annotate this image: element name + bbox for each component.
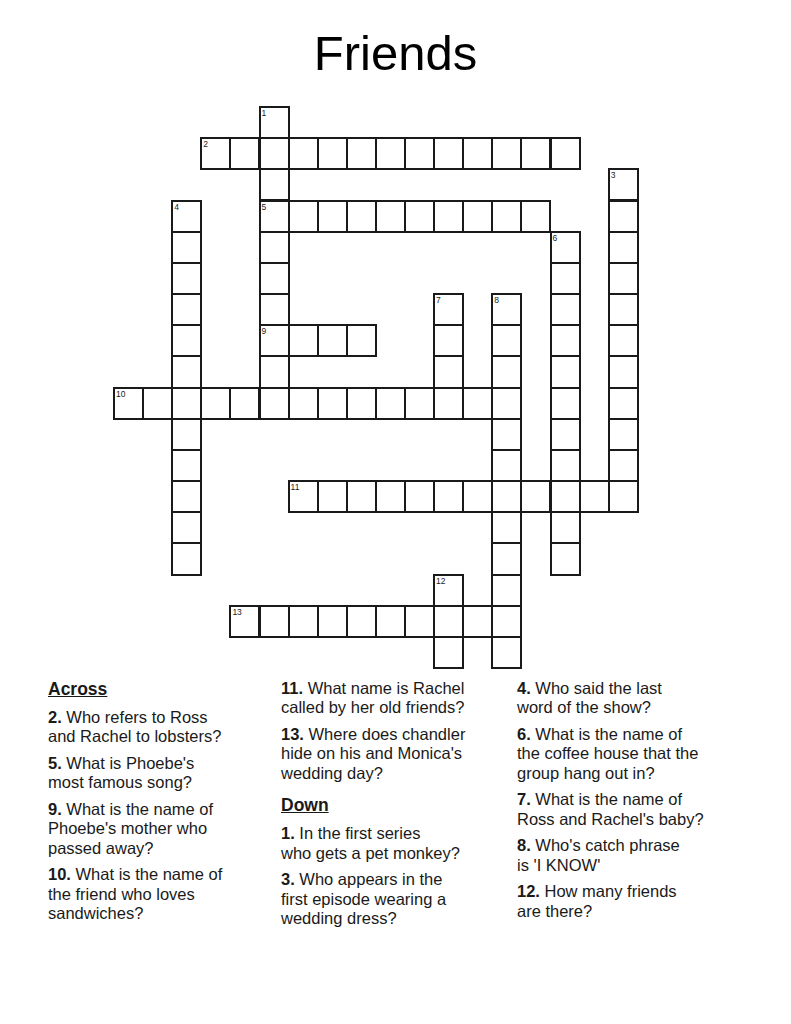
grid-cell[interactable] xyxy=(171,324,202,357)
clue-text: Who appears in the first episode wearing… xyxy=(281,870,446,927)
grid-cell[interactable] xyxy=(433,605,464,638)
clue-text: What is the name of the coffee house tha… xyxy=(517,725,698,782)
grid-cell[interactable] xyxy=(520,137,551,170)
grid-cell[interactable] xyxy=(346,480,377,513)
clue-column-2: 11. What name is Rachel called by her ol… xyxy=(281,679,507,936)
clue-8: 8. Who's catch phrase is 'I KNOW' xyxy=(517,836,741,875)
clue-number-label: 10. xyxy=(48,865,71,883)
grid-cell[interactable] xyxy=(404,480,435,513)
clue-number-label: 11. xyxy=(281,679,303,697)
grid-cell[interactable] xyxy=(491,418,522,451)
puzzle-page: Friends 12345678910111213 Across2. Who r… xyxy=(0,0,791,1024)
grid-cell[interactable] xyxy=(171,387,202,420)
grid-cell[interactable] xyxy=(491,355,522,388)
grid-cell[interactable] xyxy=(491,324,522,357)
grid-cell[interactable] xyxy=(608,324,639,357)
grid-cell[interactable] xyxy=(288,200,319,233)
clues-heading-across: Across xyxy=(48,679,252,700)
clue-number-label: 8. xyxy=(517,836,531,854)
grid-cell[interactable] xyxy=(259,168,290,201)
clue-4: 4. Who said the last word of the show? xyxy=(517,679,741,718)
grid-cell[interactable] xyxy=(229,387,260,420)
grid-cell[interactable]: 10 xyxy=(113,387,144,420)
clue-text: In the first series who gets a pet monke… xyxy=(281,824,460,861)
clue-text: What is the name of Phoebe's mother who … xyxy=(48,800,213,857)
grid-cell[interactable] xyxy=(608,449,639,482)
grid-cell[interactable] xyxy=(142,387,173,420)
clue-number-label: 12. xyxy=(517,882,540,900)
clue-number-label: 4. xyxy=(517,679,531,697)
grid-cell[interactable]: 5 xyxy=(259,200,290,233)
grid-cell[interactable] xyxy=(375,387,406,420)
grid-cell[interactable] xyxy=(375,137,406,170)
clue-9: 9. What is the name of Phoebe's mother w… xyxy=(48,800,252,858)
grid-cell[interactable] xyxy=(171,480,202,513)
grid-cell[interactable] xyxy=(317,137,348,170)
grid-cell[interactable] xyxy=(259,293,290,326)
grid-cell[interactable] xyxy=(433,200,464,233)
grid-cell[interactable] xyxy=(491,511,522,544)
clue-number: 6 xyxy=(553,233,558,243)
grid-cell[interactable] xyxy=(608,231,639,264)
clue-7: 7. What is the name of Ross and Rachel's… xyxy=(517,790,741,829)
grid-cell[interactable] xyxy=(491,542,522,575)
grid-cell[interactable] xyxy=(404,605,435,638)
grid-cell[interactable] xyxy=(259,262,290,295)
grid-cell[interactable] xyxy=(491,605,522,638)
grid-cell[interactable]: 11 xyxy=(288,480,319,513)
grid-cell[interactable] xyxy=(550,418,581,451)
grid-cell[interactable] xyxy=(375,605,406,638)
grid-cell[interactable] xyxy=(346,324,377,357)
crossword-grid: 12345678910111213 xyxy=(113,106,640,670)
grid-cell[interactable] xyxy=(462,200,493,233)
clue-number: 10 xyxy=(116,389,125,399)
clue-text: What is the name of Ross and Rachel's ba… xyxy=(517,790,704,827)
grid-cell[interactable] xyxy=(433,355,464,388)
grid-cell[interactable] xyxy=(259,355,290,388)
clue-number: 3 xyxy=(611,170,616,180)
grid-cell[interactable] xyxy=(550,137,581,170)
grid-cell[interactable] xyxy=(520,200,551,233)
grid-cell[interactable] xyxy=(171,293,202,326)
grid-cell[interactable] xyxy=(491,137,522,170)
clue-number: 8 xyxy=(494,295,499,305)
grid-cell[interactable] xyxy=(608,418,639,451)
grid-cell[interactable]: 8 xyxy=(491,293,522,326)
clue-number: 11 xyxy=(291,482,300,492)
clue-text: What is the name of the friend who loves… xyxy=(48,865,222,922)
clue-11: 11. What name is Rachel called by her ol… xyxy=(281,679,507,718)
clue-number-label: 13. xyxy=(281,725,304,743)
clue-number-label: 7. xyxy=(517,790,531,808)
grid-cell[interactable]: 4 xyxy=(171,200,202,233)
clue-text: Who refers to Ross and Rachel to lobster… xyxy=(48,708,221,745)
clue-number-label: 6. xyxy=(517,725,531,743)
grid-cell[interactable] xyxy=(375,200,406,233)
clue-number: 5 xyxy=(262,202,267,212)
grid-cell[interactable] xyxy=(433,387,464,420)
clue-6: 6. What is the name of the coffee house … xyxy=(517,725,741,783)
grid-cell[interactable] xyxy=(404,137,435,170)
grid-cell[interactable] xyxy=(550,387,581,420)
grid-cell[interactable] xyxy=(491,636,522,669)
grid-cell[interactable] xyxy=(608,262,639,295)
grid-cell[interactable]: 13 xyxy=(229,605,260,638)
grid-cell[interactable]: 7 xyxy=(433,293,464,326)
grid-cell[interactable] xyxy=(608,480,639,513)
grid-cell[interactable] xyxy=(404,387,435,420)
clue-number: 1 xyxy=(262,108,267,118)
clue-text: What name is Rachel called by her old fr… xyxy=(281,679,464,716)
clue-text: What is Phoebe's most famous song? xyxy=(48,754,194,791)
clue-number: 2 xyxy=(203,139,208,149)
grid-cell[interactable] xyxy=(462,480,493,513)
grid-cell[interactable] xyxy=(171,449,202,482)
clue-12: 12. How many friends are there? xyxy=(517,882,741,921)
clue-5: 5. What is Phoebe's most famous song? xyxy=(48,754,252,793)
grid-cell[interactable] xyxy=(462,137,493,170)
grid-cell[interactable] xyxy=(171,262,202,295)
grid-cell[interactable] xyxy=(346,387,377,420)
grid-cell[interactable] xyxy=(259,137,290,170)
grid-cell[interactable] xyxy=(317,605,348,638)
clue-number-label: 9. xyxy=(48,800,62,818)
grid-cell[interactable] xyxy=(317,480,348,513)
grid-cell[interactable] xyxy=(288,387,319,420)
grid-cell[interactable] xyxy=(550,480,581,513)
grid-cell[interactable] xyxy=(288,324,319,357)
grid-cell[interactable] xyxy=(171,418,202,451)
grid-cell[interactable] xyxy=(608,200,639,233)
grid-cell[interactable] xyxy=(171,231,202,264)
grid-cell[interactable] xyxy=(433,636,464,669)
grid-cell[interactable] xyxy=(375,480,406,513)
clue-text: Where does chandler hide on his and Moni… xyxy=(281,725,465,782)
clue-number-label: 5. xyxy=(48,754,62,772)
clue-number-label: 3. xyxy=(281,870,295,888)
clue-number: 13 xyxy=(232,607,241,617)
clue-number: 7 xyxy=(436,295,441,305)
grid-cell[interactable] xyxy=(608,355,639,388)
grid-cell[interactable] xyxy=(491,449,522,482)
grid-cell[interactable] xyxy=(171,355,202,388)
clue-text: Who said the last word of the show? xyxy=(517,679,662,716)
clue-number-label: 1. xyxy=(281,824,295,842)
grid-cell[interactable] xyxy=(229,137,260,170)
clue-2: 2. Who refers to Ross and Rachel to lobs… xyxy=(48,708,252,747)
grid-cell[interactable] xyxy=(317,324,348,357)
grid-cell[interactable]: 2 xyxy=(200,137,231,170)
grid-cell[interactable] xyxy=(404,200,435,233)
grid-cell[interactable] xyxy=(608,387,639,420)
grid-cell[interactable] xyxy=(550,324,581,357)
clue-column-3: 4. Who said the last word of the show?6.… xyxy=(517,679,741,928)
grid-cell[interactable] xyxy=(259,231,290,264)
grid-cell[interactable] xyxy=(200,387,231,420)
grid-cell[interactable] xyxy=(259,387,290,420)
clue-3: 3. Who appears in the first episode wear… xyxy=(281,870,507,928)
clue-column-1: Across2. Who refers to Ross and Rachel t… xyxy=(48,679,252,931)
grid-cell[interactable] xyxy=(346,605,377,638)
grid-cell[interactable] xyxy=(608,293,639,326)
clue-number-label: 2. xyxy=(48,708,62,726)
grid-cell[interactable] xyxy=(520,480,551,513)
grid-cell[interactable] xyxy=(550,542,581,575)
grid-cell[interactable] xyxy=(491,387,522,420)
grid-cell[interactable] xyxy=(491,200,522,233)
grid-cell[interactable] xyxy=(171,542,202,575)
grid-cell[interactable] xyxy=(550,262,581,295)
clue-text: How many friends are there? xyxy=(517,882,677,919)
grid-cell[interactable] xyxy=(317,387,348,420)
grid-cell[interactable] xyxy=(433,137,464,170)
grid-cell[interactable] xyxy=(346,200,377,233)
grid-cell[interactable] xyxy=(579,480,610,513)
clue-number: 4 xyxy=(174,202,179,212)
puzzle-title: Friends xyxy=(0,25,791,81)
grid-cell[interactable] xyxy=(433,324,464,357)
grid-cell[interactable] xyxy=(550,293,581,326)
grid-cell[interactable] xyxy=(346,137,377,170)
grid-cell[interactable]: 9 xyxy=(259,324,290,357)
clue-10: 10. What is the name of the friend who l… xyxy=(48,865,252,923)
grid-cell[interactable]: 6 xyxy=(550,231,581,264)
grid-cell[interactable] xyxy=(317,200,348,233)
grid-cell[interactable] xyxy=(462,387,493,420)
grid-cell[interactable]: 1 xyxy=(259,106,290,139)
clue-number: 12 xyxy=(436,576,445,586)
grid-cell[interactable] xyxy=(550,449,581,482)
clue-1: 1. In the first series who gets a pet mo… xyxy=(281,824,507,863)
grid-cell[interactable] xyxy=(171,511,202,544)
grid-cell[interactable] xyxy=(550,355,581,388)
grid-cell[interactable] xyxy=(288,137,319,170)
grid-cell[interactable] xyxy=(288,605,319,638)
clues-heading-down: Down xyxy=(281,795,507,816)
clue-number: 9 xyxy=(262,326,267,336)
grid-cell[interactable]: 12 xyxy=(433,574,464,607)
clue-text: Who's catch phrase is 'I KNOW' xyxy=(517,836,680,873)
grid-cell[interactable] xyxy=(491,574,522,607)
grid-cell[interactable]: 3 xyxy=(608,168,639,201)
grid-cell[interactable] xyxy=(259,605,290,638)
grid-cell[interactable] xyxy=(550,511,581,544)
grid-cell[interactable] xyxy=(491,480,522,513)
grid-cell[interactable] xyxy=(462,605,493,638)
grid-cell[interactable] xyxy=(433,480,464,513)
clue-13: 13. Where does chandler hide on his and … xyxy=(281,725,507,783)
